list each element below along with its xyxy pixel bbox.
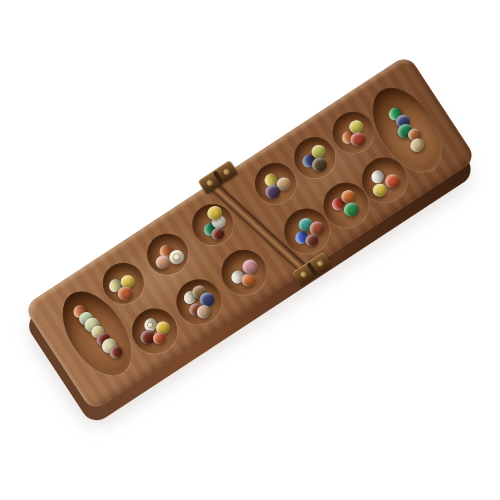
mancala-product-photo xyxy=(0,0,500,500)
mancala-board xyxy=(23,54,477,412)
